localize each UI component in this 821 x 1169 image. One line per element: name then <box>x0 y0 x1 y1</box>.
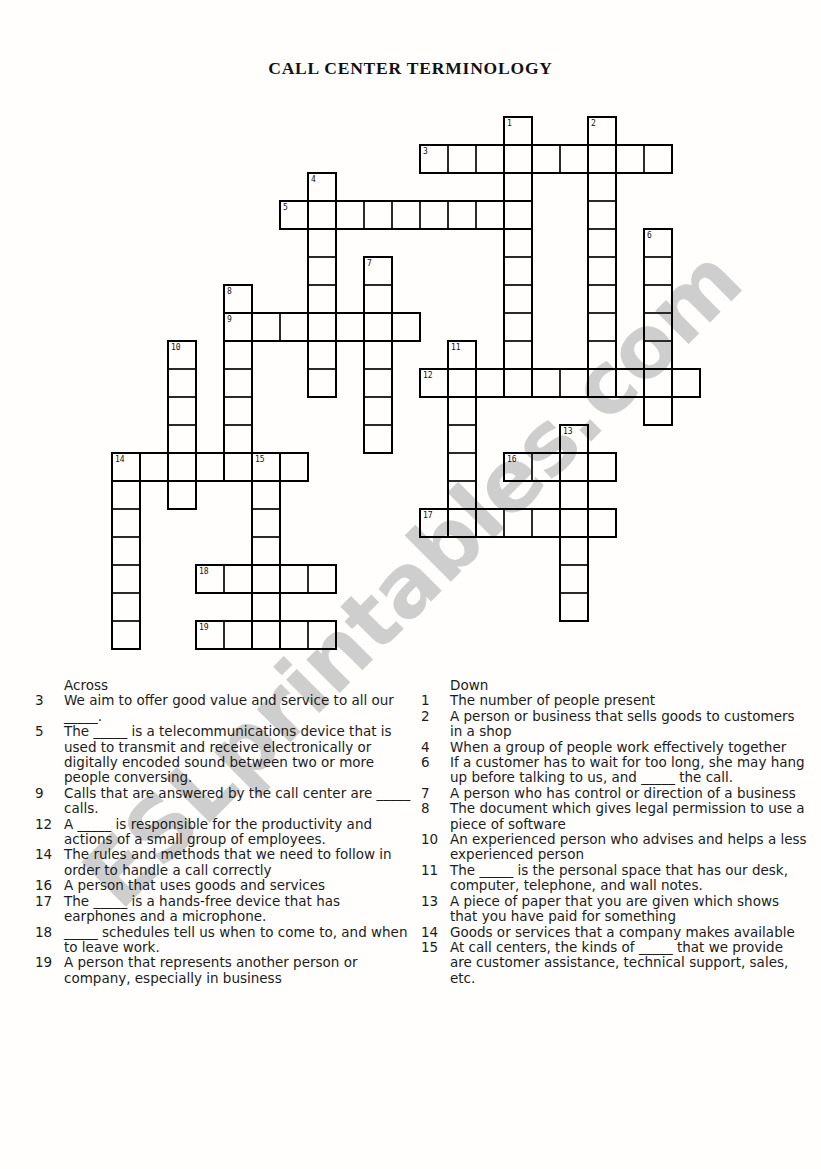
down-clue-15: 15At call centers, the kinds of _____ th… <box>421 940 811 986</box>
grid-cell-r8c7[interactable] <box>308 341 336 369</box>
grid-cell-r2c17[interactable] <box>588 173 616 201</box>
down-clue-11: 11The _____ is the personal space that h… <box>421 863 811 894</box>
across-clue-5: 5The _____ is a telecommunications devic… <box>35 724 415 786</box>
grid-cell-r4c19[interactable] <box>644 229 672 257</box>
grid-cell-r7c7[interactable] <box>308 313 336 341</box>
across-clue-19: 19A person that represents another perso… <box>35 955 415 986</box>
clue-num-label: 14 <box>35 847 64 862</box>
crossword-grid: 12345678910111213141516171819 <box>112 117 700 649</box>
grid-cell-r9c14[interactable] <box>504 369 532 397</box>
grid-cell-r14c13[interactable] <box>476 509 504 537</box>
worksheet-page: ESLprintables.com CALL CENTER TERMINOLOG… <box>0 0 821 1169</box>
clue-text: The rules and methods that we need to fo… <box>64 847 412 878</box>
page-title: CALL CENTER TERMINOLOGY <box>0 58 821 79</box>
grid-cell-r3c11[interactable] <box>420 201 448 229</box>
grid-cell-r5c19[interactable] <box>644 257 672 285</box>
grid-cell-r3c10[interactable] <box>392 201 420 229</box>
grid-cell-r13c0[interactable] <box>112 481 140 509</box>
clue-text: We aim to offer good value and service t… <box>64 693 412 724</box>
clue-text: A person that uses goods and services <box>64 878 412 893</box>
grid-cell-r15c5[interactable] <box>252 537 280 565</box>
grid-cell-r17c0[interactable] <box>112 593 140 621</box>
grid-cell-r8c17[interactable] <box>588 341 616 369</box>
grid-cell-r14c16[interactable] <box>560 509 588 537</box>
down-clue-1: 1The number of people present <box>421 693 811 708</box>
down-clue-column: Down 1The number of people present2A per… <box>421 678 811 986</box>
grid-cell-r9c9[interactable] <box>364 369 392 397</box>
clue-text: _____ schedules tell us when to come to,… <box>64 925 412 956</box>
grid-cell-r3c7[interactable] <box>308 201 336 229</box>
grid-cell-r5c7[interactable] <box>308 257 336 285</box>
clue-num-label: 17 <box>35 894 64 909</box>
grid-cell-r18c5[interactable] <box>252 621 280 649</box>
grid-cell-r7c8[interactable] <box>336 313 364 341</box>
grid-cell-r16c0[interactable] <box>112 565 140 593</box>
grid-cell-r4c7[interactable] <box>308 229 336 257</box>
grid-cell-r7c6[interactable] <box>280 313 308 341</box>
grid-cell-r14c11[interactable] <box>420 509 448 537</box>
grid-cell-r5c17[interactable] <box>588 257 616 285</box>
grid-cell-r3c14[interactable] <box>504 201 532 229</box>
clue-num-label: 4 <box>421 740 450 755</box>
clue-text: Goods or services that a company makes a… <box>450 925 808 940</box>
grid-cell-r12c15[interactable] <box>532 453 560 481</box>
grid-cell-r11c16[interactable] <box>560 425 588 453</box>
clue-num-label: 12 <box>35 817 64 832</box>
clue-text: The document which gives legal permissio… <box>450 801 808 832</box>
across-clue-list: 3We aim to offer good value and service … <box>35 693 415 986</box>
down-clue-14: 14Goods or services that a company makes… <box>421 925 811 940</box>
clue-text: A person who has control or direction of… <box>450 786 808 801</box>
grid-cell-r9c11[interactable] <box>420 369 448 397</box>
grid-cell-r15c16[interactable] <box>560 537 588 565</box>
clue-num-label: 3 <box>35 693 64 708</box>
grid-cell-r13c5[interactable] <box>252 481 280 509</box>
clue-num-label: 13 <box>421 894 450 909</box>
grid-cell-r12c2[interactable] <box>168 453 196 481</box>
grid-cell-r12c17[interactable] <box>588 453 616 481</box>
grid-cell-r6c7[interactable] <box>308 285 336 313</box>
grid-cell-r13c16[interactable] <box>560 481 588 509</box>
grid-cell-r16c6[interactable] <box>280 565 308 593</box>
grid-cell-r12c1[interactable] <box>140 453 168 481</box>
grid-cell-r7c17[interactable] <box>588 313 616 341</box>
grid-cell-r12c5[interactable] <box>252 453 280 481</box>
grid-cell-r1c13[interactable] <box>476 145 504 173</box>
grid-cell-r18c0[interactable] <box>112 621 140 649</box>
grid-cell-r12c6[interactable] <box>280 453 308 481</box>
across-clue-14: 14The rules and methods that we need to … <box>35 847 415 878</box>
grid-cell-r6c17[interactable] <box>588 285 616 313</box>
grid-cell-r4c14[interactable] <box>504 229 532 257</box>
grid-cell-r2c14[interactable] <box>504 173 532 201</box>
clue-text: The _____ is a telecommunications device… <box>64 724 412 786</box>
grid-cell-r16c3[interactable] <box>196 565 224 593</box>
grid-cell-r3c17[interactable] <box>588 201 616 229</box>
grid-cell-r9c15[interactable] <box>532 369 560 397</box>
grid-cell-r12c14[interactable] <box>504 453 532 481</box>
grid-cell-r14c17[interactable] <box>588 509 616 537</box>
grid-cell-r11c2[interactable] <box>168 425 196 453</box>
grid-cell-r8c2[interactable] <box>168 341 196 369</box>
grid-cell-r18c7[interactable] <box>308 621 336 649</box>
grid-cell-r6c9[interactable] <box>364 285 392 313</box>
grid-cell-r3c12[interactable] <box>448 201 476 229</box>
grid-cell-r10c19[interactable] <box>644 397 672 425</box>
clue-text: Calls that are answered by the call cent… <box>64 786 412 817</box>
grid-cell-r3c8[interactable] <box>336 201 364 229</box>
down-clue-6: 6If a customer has to wait for too long,… <box>421 755 811 786</box>
grid-cell-r9c4[interactable] <box>224 369 252 397</box>
grid-cell-r7c19[interactable] <box>644 313 672 341</box>
across-clue-16: 16A person that uses goods and services <box>35 878 415 893</box>
clue-num-label: 15 <box>421 940 450 955</box>
grid-cell-r18c6[interactable] <box>280 621 308 649</box>
down-clue-7: 7A person who has control or direction o… <box>421 786 811 801</box>
grid-cell-r14c5[interactable] <box>252 509 280 537</box>
grid-cell-r13c2[interactable] <box>168 481 196 509</box>
grid-cell-r14c15[interactable] <box>532 509 560 537</box>
grid-cell-r9c17[interactable] <box>588 369 616 397</box>
grid-cell-r6c19[interactable] <box>644 285 672 313</box>
clue-num-label: 16 <box>35 878 64 893</box>
grid-cell-r7c4[interactable] <box>224 313 252 341</box>
grid-cell-r12c12[interactable] <box>448 453 476 481</box>
grid-cell-r9c19[interactable] <box>644 369 672 397</box>
clue-num-label: 6 <box>421 755 450 770</box>
grid-cell-r8c12[interactable] <box>448 341 476 369</box>
clue-num-label: 18 <box>35 925 64 940</box>
grid-cell-r10c12[interactable] <box>448 397 476 425</box>
clue-num-label: 10 <box>421 832 450 847</box>
down-clue-10: 10An experienced person who advises and … <box>421 832 811 863</box>
clue-num-label: 9 <box>35 786 64 801</box>
clue-text: A _____ is responsible for the productiv… <box>64 817 412 848</box>
clue-text: A person or business that sells goods to… <box>450 709 808 740</box>
grid-cell-r1c12[interactable] <box>448 145 476 173</box>
grid-cell-r1c19[interactable] <box>644 145 672 173</box>
grid-cell-r3c6[interactable] <box>280 201 308 229</box>
down-header: Down <box>450 678 811 693</box>
grid-cell-r9c2[interactable] <box>168 369 196 397</box>
down-clue-4: 4When a group of people work effectively… <box>421 740 811 755</box>
grid-cell-r16c16[interactable] <box>560 565 588 593</box>
clue-num-label: 2 <box>421 709 450 724</box>
clue-num-label: 1 <box>421 693 450 708</box>
grid-cell-r9c7[interactable] <box>308 369 336 397</box>
grid-cell-r14c0[interactable] <box>112 509 140 537</box>
grid-cell-r15c0[interactable] <box>112 537 140 565</box>
clue-text: When a group of people work effectively … <box>450 740 808 755</box>
grid-cell-r1c15[interactable] <box>532 145 560 173</box>
grid-cell-r16c5[interactable] <box>252 565 280 593</box>
clue-num-label: 11 <box>421 863 450 878</box>
clue-text: The _____ is a hands-free device that ha… <box>64 894 412 925</box>
grid-cell-r1c17[interactable] <box>588 145 616 173</box>
across-clue-9: 9Calls that are answered by the call cen… <box>35 786 415 817</box>
down-clue-list: 1The number of people present2A person o… <box>421 693 811 986</box>
grid-cell-r14c12[interactable] <box>448 509 476 537</box>
grid-cell-r10c2[interactable] <box>168 397 196 425</box>
grid-cell-r12c0[interactable] <box>112 453 140 481</box>
grid-cell-r10c9[interactable] <box>364 397 392 425</box>
down-clue-13: 13A piece of paper that you are given wh… <box>421 894 811 925</box>
grid-cell-r0c17[interactable] <box>588 117 616 145</box>
clue-text: The number of people present <box>450 693 808 708</box>
grid-cell-r9c16[interactable] <box>560 369 588 397</box>
grid-cell-r7c14[interactable] <box>504 313 532 341</box>
grid-cell-r9c13[interactable] <box>476 369 504 397</box>
grid-cell-r13c12[interactable] <box>448 481 476 509</box>
down-clue-8: 8The document which gives legal permissi… <box>421 801 811 832</box>
clue-text: At call centers, the kinds of _____ that… <box>450 940 808 986</box>
grid-cell-r1c14[interactable] <box>504 145 532 173</box>
across-clue-column: Across 3We aim to offer good value and s… <box>35 678 415 986</box>
clue-text: A piece of paper that you are given whic… <box>450 894 808 925</box>
clue-num-label: 14 <box>421 925 450 940</box>
clue-text: If a customer has to wait for too long, … <box>450 755 808 786</box>
grid-cell-r8c14[interactable] <box>504 341 532 369</box>
grid-cell-r7c9[interactable] <box>364 313 392 341</box>
grid-cell-r18c4[interactable] <box>224 621 252 649</box>
across-clue-18: 18_____ schedules tell us when to come t… <box>35 925 415 956</box>
grid-cell-r6c4[interactable] <box>224 285 252 313</box>
across-header: Across <box>64 678 415 693</box>
grid-cell-r11c4[interactable] <box>224 425 252 453</box>
grid-cell-r4c17[interactable] <box>588 229 616 257</box>
grid-cell-r12c3[interactable] <box>196 453 224 481</box>
clue-text: The _____ is the personal space that has… <box>450 863 808 894</box>
grid-cell-r8c4[interactable] <box>224 341 252 369</box>
down-clue-2: 2A person or business that sells goods t… <box>421 709 811 740</box>
across-clue-17: 17The _____ is a hands-free device that … <box>35 894 415 925</box>
clue-num-label: 8 <box>421 801 450 816</box>
clue-text: An experienced person who advises and he… <box>450 832 808 863</box>
grid-cell-r17c5[interactable] <box>252 593 280 621</box>
grid-cell-r1c18[interactable] <box>616 145 644 173</box>
grid-cell-r3c13[interactable] <box>476 201 504 229</box>
grid-cell-r12c16[interactable] <box>560 453 588 481</box>
grid-cell-r5c14[interactable] <box>504 257 532 285</box>
clue-num-label: 19 <box>35 955 64 970</box>
grid-cell-r7c10[interactable] <box>392 313 420 341</box>
grid-cell-r8c9[interactable] <box>364 341 392 369</box>
across-clue-12: 12A _____ is responsible for the product… <box>35 817 415 848</box>
grid-cell-r10c4[interactable] <box>224 397 252 425</box>
grid-cell-r16c7[interactable] <box>308 565 336 593</box>
grid-cell-r6c14[interactable] <box>504 285 532 313</box>
grid-cell-r9c20[interactable] <box>672 369 700 397</box>
clue-text: A person that represents another person … <box>64 955 412 986</box>
grid-cell-r8c19[interactable] <box>644 341 672 369</box>
grid-cell-r2c7[interactable] <box>308 173 336 201</box>
grid-cell-r1c11[interactable] <box>420 145 448 173</box>
grid-cell-r3c9[interactable] <box>364 201 392 229</box>
clue-num-label: 7 <box>421 786 450 801</box>
clue-num-label: 5 <box>35 724 64 739</box>
grid-cell-r14c14[interactable] <box>504 509 532 537</box>
grid-cell-r12c4[interactable] <box>224 453 252 481</box>
grid-cell-r7c5[interactable] <box>252 313 280 341</box>
grid-cell-r9c12[interactable] <box>448 369 476 397</box>
grid-cell-r11c12[interactable] <box>448 425 476 453</box>
across-clue-3: 3We aim to offer good value and service … <box>35 693 415 724</box>
grid-cell-r11c9[interactable] <box>364 425 392 453</box>
grid-cell-r18c3[interactable] <box>196 621 224 649</box>
grid-cell-r9c18[interactable] <box>616 369 644 397</box>
grid-cell-r5c9[interactable] <box>364 257 392 285</box>
grid-cell-r0c14[interactable] <box>504 117 532 145</box>
grid-cell-r1c16[interactable] <box>560 145 588 173</box>
grid-cell-r16c4[interactable] <box>224 565 252 593</box>
grid-cell-r17c16[interactable] <box>560 593 588 621</box>
